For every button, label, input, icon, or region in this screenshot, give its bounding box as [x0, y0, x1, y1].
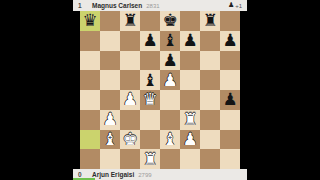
pawn-icon: ♟ [228, 2, 234, 9]
piece-black-pawn[interactable]: ♟ [222, 32, 237, 49]
square-g7[interactable] [200, 31, 220, 51]
bottom-player-score: 0 [78, 171, 87, 178]
piece-black-rook[interactable]: ♜ [122, 12, 137, 29]
square-b5[interactable] [100, 70, 120, 90]
square-d8[interactable] [140, 11, 160, 31]
piece-white-pawn[interactable]: ♟ [182, 130, 197, 147]
square-c4[interactable]: ♟ [120, 90, 140, 110]
time-bar [73, 178, 95, 180]
square-d3[interactable] [140, 110, 160, 130]
square-a2[interactable] [80, 130, 100, 150]
top-player-rating: 2831 [146, 3, 159, 9]
square-d7[interactable]: ♟ [140, 31, 160, 51]
square-g2[interactable] [200, 130, 220, 150]
square-f7[interactable]: ♟ [180, 31, 200, 51]
square-c6[interactable] [120, 51, 140, 71]
square-b2[interactable]: ♝ [100, 130, 120, 150]
piece-black-pawn[interactable]: ♟ [142, 32, 157, 49]
square-f6[interactable] [180, 51, 200, 71]
square-h1[interactable] [220, 149, 240, 169]
square-e4[interactable] [160, 90, 180, 110]
square-e7[interactable]: ♝ [160, 31, 180, 51]
piece-white-bishop[interactable]: ♝ [102, 130, 117, 147]
square-f2[interactable]: ♟ [180, 130, 200, 150]
piece-black-pawn[interactable]: ♟ [182, 32, 197, 49]
square-c1[interactable] [120, 149, 140, 169]
square-e8[interactable]: ♚ [160, 11, 180, 31]
piece-black-bishop[interactable]: ♝ [162, 32, 177, 49]
app-window: 1 Magnus Carlsen 2831 ♟ +1 ♛♜♚♜♟♝♟♟♟♝♟♟♛… [0, 0, 320, 180]
square-d4[interactable]: ♛ [140, 90, 160, 110]
piece-white-queen[interactable]: ♛ [142, 91, 157, 108]
square-g1[interactable] [200, 149, 220, 169]
piece-black-pawn[interactable]: ♟ [162, 51, 177, 68]
piece-black-bishop[interactable]: ♝ [142, 71, 157, 88]
square-b3[interactable]: ♟ [100, 110, 120, 130]
square-c2[interactable]: ♚ [120, 130, 140, 150]
square-a8[interactable]: ♛ [80, 11, 100, 31]
square-h6[interactable] [220, 51, 240, 71]
square-c7[interactable] [120, 31, 140, 51]
square-d2[interactable] [140, 130, 160, 150]
piece-black-pawn[interactable]: ♟ [222, 91, 237, 108]
bottom-player-bar: 0 Arjun Erigaisi 2799 [73, 169, 247, 180]
square-e1[interactable] [160, 149, 180, 169]
top-player-score: 1 [78, 2, 87, 9]
piece-black-queen[interactable]: ♛ [82, 12, 97, 29]
square-a3[interactable] [80, 110, 100, 130]
square-h2[interactable] [220, 130, 240, 150]
material-advantage-value: +1 [235, 3, 242, 9]
square-f1[interactable] [180, 149, 200, 169]
piece-white-pawn[interactable]: ♟ [102, 111, 117, 128]
square-c8[interactable]: ♜ [120, 11, 140, 31]
square-g8[interactable]: ♜ [200, 11, 220, 31]
square-b8[interactable] [100, 11, 120, 31]
piece-black-king[interactable]: ♚ [162, 12, 177, 29]
square-b6[interactable] [100, 51, 120, 71]
square-g6[interactable] [200, 51, 220, 71]
square-b7[interactable] [100, 31, 120, 51]
square-d1[interactable]: ♜ [140, 149, 160, 169]
square-d5[interactable]: ♝ [140, 70, 160, 90]
piece-black-rook[interactable]: ♜ [202, 12, 217, 29]
square-e3[interactable] [160, 110, 180, 130]
top-player-name: Magnus Carlsen [92, 2, 142, 9]
square-b4[interactable] [100, 90, 120, 110]
bottom-player-name: Arjun Erigaisi [92, 171, 134, 178]
square-d6[interactable] [140, 51, 160, 71]
piece-white-rook[interactable]: ♜ [182, 111, 197, 128]
square-g5[interactable] [200, 70, 220, 90]
square-h8[interactable] [220, 11, 240, 31]
square-f4[interactable] [180, 90, 200, 110]
square-h3[interactable] [220, 110, 240, 130]
chess-board[interactable]: ♛♜♚♜♟♝♟♟♟♝♟♟♛♟♟♜♝♚♝♟♜ [80, 11, 240, 169]
square-a1[interactable] [80, 149, 100, 169]
square-g3[interactable] [200, 110, 220, 130]
square-f3[interactable]: ♜ [180, 110, 200, 130]
piece-white-pawn[interactable]: ♟ [122, 91, 137, 108]
square-h7[interactable]: ♟ [220, 31, 240, 51]
square-b1[interactable] [100, 149, 120, 169]
square-a7[interactable] [80, 31, 100, 51]
square-a6[interactable] [80, 51, 100, 71]
piece-white-rook[interactable]: ♜ [142, 150, 157, 167]
square-e5[interactable]: ♟ [160, 70, 180, 90]
piece-white-pawn[interactable]: ♟ [162, 71, 177, 88]
square-c5[interactable] [120, 70, 140, 90]
piece-white-bishop[interactable]: ♝ [162, 130, 177, 147]
square-e2[interactable]: ♝ [160, 130, 180, 150]
square-f8[interactable] [180, 11, 200, 31]
square-g4[interactable] [200, 90, 220, 110]
top-player-bar: 1 Magnus Carlsen 2831 ♟ +1 [73, 0, 247, 11]
square-c3[interactable] [120, 110, 140, 130]
square-e6[interactable]: ♟ [160, 51, 180, 71]
square-h4[interactable]: ♟ [220, 90, 240, 110]
square-a5[interactable] [80, 70, 100, 90]
square-a4[interactable] [80, 90, 100, 110]
square-h5[interactable] [220, 70, 240, 90]
material-advantage-indicator: ♟ +1 [228, 2, 242, 9]
piece-white-king[interactable]: ♚ [122, 130, 137, 147]
square-f5[interactable] [180, 70, 200, 90]
bottom-player-rating: 2799 [138, 172, 151, 178]
